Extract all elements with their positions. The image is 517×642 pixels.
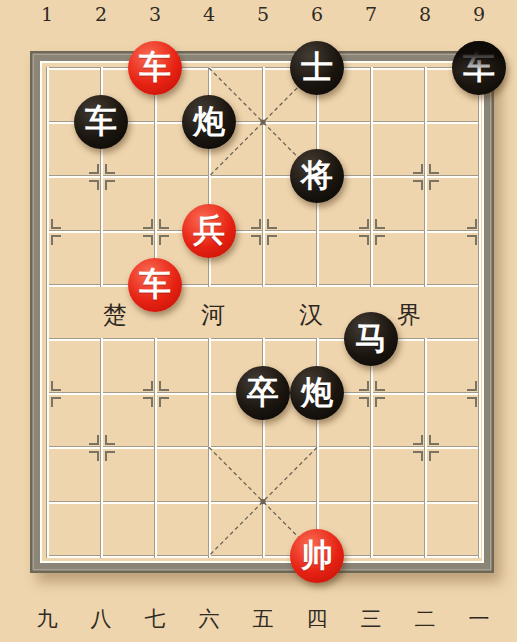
river-char-4: 界 — [397, 299, 421, 331]
piece-black-horse[interactable]: 马 — [344, 312, 398, 366]
palace-center-dot — [261, 120, 266, 125]
river-char-1: 楚 — [103, 299, 127, 331]
xiangqi-diagram: 123456789 楚河汉界 车士车车炮将兵车马卒炮帅 九八七六五四三二一 — [0, 0, 517, 642]
palace-diagonals — [0, 0, 517, 642]
piece-black-soldier[interactable]: 卒 — [236, 366, 290, 420]
piece-red-chariot[interactable]: 车 — [128, 258, 182, 312]
piece-black-cannon[interactable]: 炮 — [290, 366, 344, 420]
piece-black-chariot[interactable]: 车 — [74, 95, 128, 149]
piece-red-general[interactable]: 帅 — [290, 529, 344, 583]
piece-black-cannon[interactable]: 炮 — [182, 95, 236, 149]
river-char-2: 河 — [201, 299, 225, 331]
river-char-3: 汉 — [299, 299, 323, 331]
palace-center-dot — [261, 499, 266, 504]
piece-red-chariot[interactable]: 车 — [128, 41, 182, 95]
piece-red-soldier[interactable]: 兵 — [182, 204, 236, 258]
piece-black-chariot[interactable]: 车 — [452, 41, 506, 95]
piece-black-advisor[interactable]: 士 — [290, 41, 344, 95]
piece-black-general[interactable]: 将 — [290, 149, 344, 203]
